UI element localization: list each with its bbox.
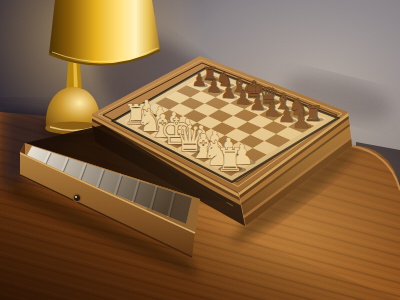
chess-set-photo: ♜♞♟♝♟♚♟♛♟♝♟♞♟♟♜♟♜♟♟♞♟♝♟♚♟♟♛♟♝♟♞♜ [0, 0, 400, 300]
drawer-knob-glint [75, 196, 77, 198]
drawer-knob [74, 195, 80, 201]
